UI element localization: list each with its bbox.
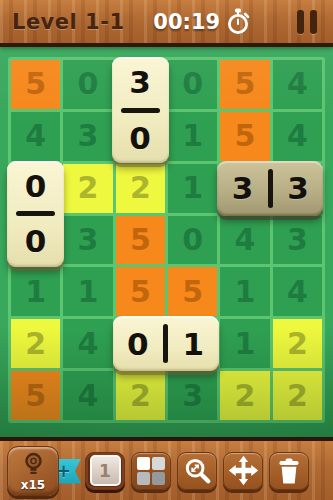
grid-icon [137,457,165,485]
trash-icon [276,457,302,485]
board-cell[interactable]: 3 [168,371,217,420]
domino-half-value: 1 [168,316,219,371]
board-cell[interactable]: 3 [63,216,112,265]
board-cell[interactable]: 1 [220,267,269,316]
zoom-button[interactable] [177,452,217,490]
board-cell[interactable]: 2 [63,164,112,213]
board-cell[interactable]: 1 [11,267,60,316]
pause-bar [297,10,304,34]
board-cell[interactable]: 4 [63,371,112,420]
board-cell[interactable]: 2 [116,164,165,213]
domino-half-value: 0 [7,161,64,212]
magnifier-icon [182,456,212,486]
board-cell[interactable]: 3 [63,112,112,161]
board-cell[interactable]: 2 [273,319,322,368]
tile-preview-button[interactable]: 1 [85,452,125,490]
board-cell[interactable]: 4 [11,112,60,161]
board-cell[interactable]: 1 [63,267,112,316]
board-cell[interactable]: 2 [273,371,322,420]
domino-0-0[interactable]: 00 [7,161,64,267]
board-cell[interactable]: 0 [63,60,112,109]
stopwatch-icon [226,8,250,35]
domino-0-1[interactable]: 01 [113,316,219,371]
top-bar: Level 1-1 00:19 [0,0,333,47]
move-button[interactable] [223,452,263,490]
hint-button[interactable]: x15 [7,446,59,496]
trash-button[interactable] [269,452,309,490]
board-cell[interactable]: 5 [11,371,60,420]
toolbar: + x15 1 [0,437,333,500]
level-title: Level 1-1 [12,10,125,34]
domino-3-0[interactable]: 30 [112,57,169,163]
board-cell[interactable]: 4 [220,216,269,265]
board-cell[interactable]: 5 [220,112,269,161]
board-cell[interactable]: 2 [11,319,60,368]
board-cell[interactable]: 4 [273,267,322,316]
board-cell[interactable]: 2 [220,371,269,420]
board-cell[interactable]: 4 [273,112,322,161]
move-icon [228,455,259,486]
board-cell[interactable]: 1 [168,164,217,213]
domino-3-3[interactable]: 33 [217,161,323,216]
domino-half-value: 0 [112,113,169,164]
pause-bar [310,10,317,34]
board-cell[interactable]: 1 [220,319,269,368]
board-cell[interactable]: 5 [168,267,217,316]
hint-button-group: + x15 [7,446,59,496]
board-cell[interactable]: 2 [116,371,165,420]
board-cell[interactable]: 0 [168,60,217,109]
domino-half-value: 3 [273,161,324,216]
domino-half-value: 0 [113,316,164,371]
timer: 00:19 [153,8,250,35]
lightbulb-icon [20,451,47,478]
board-cell[interactable]: 5 [220,60,269,109]
hint-count: x15 [8,478,58,492]
layout-grid-button[interactable] [131,452,171,490]
board-cell[interactable]: 0 [168,216,217,265]
domino-half-value: 3 [217,161,268,216]
domino-half-value: 3 [112,57,169,108]
board-cell[interactable]: 5 [116,267,165,316]
game-board: 5005443154221350431155142412542322 30003… [0,47,333,437]
domino-half-value: 0 [7,216,64,267]
board-cell[interactable]: 4 [273,60,322,109]
board-cell[interactable]: 3 [273,216,322,265]
pause-button[interactable] [293,6,321,38]
tile-preview-number: 1 [90,455,121,486]
board-cell[interactable]: 5 [11,60,60,109]
app-root: Level 1-1 00:19 500544315422135043115514… [0,0,333,500]
board-cell[interactable]: 1 [168,112,217,161]
board-cell[interactable]: 4 [63,319,112,368]
board-cell[interactable]: 5 [116,216,165,265]
timer-value: 00:19 [153,10,220,34]
